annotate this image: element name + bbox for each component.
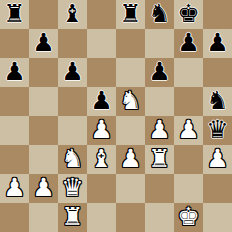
square-b1[interactable]: [29, 203, 58, 232]
square-a6[interactable]: ♟: [0, 58, 29, 87]
square-e1[interactable]: [116, 203, 145, 232]
square-h2[interactable]: [203, 174, 232, 203]
square-c7[interactable]: [58, 29, 87, 58]
piece-black-pawn[interactable]: ♟: [3, 58, 25, 86]
square-g2[interactable]: [174, 174, 203, 203]
square-e7[interactable]: [116, 29, 145, 58]
square-c3[interactable]: ♞: [58, 145, 87, 174]
square-b4[interactable]: [29, 116, 58, 145]
piece-black-knight[interactable]: ♞: [148, 0, 170, 28]
piece-black-pawn[interactable]: ♟: [32, 29, 54, 57]
square-f5[interactable]: [145, 87, 174, 116]
square-a5[interactable]: [0, 87, 29, 116]
square-e2[interactable]: [116, 174, 145, 203]
piece-white-knight[interactable]: ♞: [61, 145, 83, 173]
piece-black-pawn[interactable]: ♟: [177, 29, 199, 57]
piece-white-rook[interactable]: ♜: [61, 203, 83, 231]
square-e3[interactable]: ♟: [116, 145, 145, 174]
square-c4[interactable]: [58, 116, 87, 145]
square-b6[interactable]: [29, 58, 58, 87]
square-g6[interactable]: [174, 58, 203, 87]
square-a3[interactable]: [0, 145, 29, 174]
square-d1[interactable]: [87, 203, 116, 232]
piece-white-queen[interactable]: ♛: [61, 174, 83, 202]
square-c6[interactable]: ♟: [58, 58, 87, 87]
square-h4[interactable]: ♛: [203, 116, 232, 145]
square-a1[interactable]: [0, 203, 29, 232]
square-e8[interactable]: ♜: [116, 0, 145, 29]
square-f8[interactable]: ♞: [145, 0, 174, 29]
piece-white-king[interactable]: ♚: [177, 203, 199, 231]
piece-white-pawn[interactable]: ♟: [206, 145, 228, 173]
square-b7[interactable]: ♟: [29, 29, 58, 58]
piece-white-pawn[interactable]: ♟: [148, 116, 170, 144]
piece-black-king[interactable]: ♚: [177, 0, 199, 28]
square-c8[interactable]: ♝: [58, 0, 87, 29]
square-f6[interactable]: ♟: [145, 58, 174, 87]
piece-white-pawn[interactable]: ♟: [119, 145, 141, 173]
square-e6[interactable]: [116, 58, 145, 87]
chess-board: ♜♝♜♞♚♟♟♟♟♟♟♟♞♞♟♟♟♛♞♝♟♜♟♟♟♛♜♚: [0, 0, 232, 232]
square-h6[interactable]: [203, 58, 232, 87]
square-d5[interactable]: ♟: [87, 87, 116, 116]
square-h3[interactable]: ♟: [203, 145, 232, 174]
piece-black-pawn[interactable]: ♟: [61, 58, 83, 86]
piece-white-pawn[interactable]: ♟: [3, 174, 25, 202]
piece-white-knight[interactable]: ♞: [119, 87, 141, 115]
square-h8[interactable]: [203, 0, 232, 29]
square-c2[interactable]: ♛: [58, 174, 87, 203]
square-d7[interactable]: [87, 29, 116, 58]
square-d6[interactable]: [87, 58, 116, 87]
square-b8[interactable]: [29, 0, 58, 29]
square-g7[interactable]: ♟: [174, 29, 203, 58]
piece-black-bishop[interactable]: ♝: [61, 0, 83, 28]
square-a4[interactable]: [0, 116, 29, 145]
square-g1[interactable]: ♚: [174, 203, 203, 232]
piece-black-pawn[interactable]: ♟: [148, 58, 170, 86]
square-a2[interactable]: ♟: [0, 174, 29, 203]
square-f7[interactable]: [145, 29, 174, 58]
piece-black-rook[interactable]: ♜: [119, 0, 141, 28]
piece-black-pawn[interactable]: ♟: [90, 87, 112, 115]
square-e5[interactable]: ♞: [116, 87, 145, 116]
piece-black-pawn[interactable]: ♟: [206, 29, 228, 57]
square-d3[interactable]: ♝: [87, 145, 116, 174]
square-b5[interactable]: [29, 87, 58, 116]
square-e4[interactable]: [116, 116, 145, 145]
square-g4[interactable]: ♟: [174, 116, 203, 145]
square-g8[interactable]: ♚: [174, 0, 203, 29]
piece-black-rook[interactable]: ♜: [3, 0, 25, 28]
square-f4[interactable]: ♟: [145, 116, 174, 145]
square-a8[interactable]: ♜: [0, 0, 29, 29]
piece-white-pawn[interactable]: ♟: [32, 174, 54, 202]
square-d4[interactable]: ♟: [87, 116, 116, 145]
square-f1[interactable]: [145, 203, 174, 232]
square-c5[interactable]: [58, 87, 87, 116]
piece-white-bishop[interactable]: ♝: [90, 145, 112, 173]
square-g5[interactable]: [174, 87, 203, 116]
square-h1[interactable]: [203, 203, 232, 232]
piece-black-queen[interactable]: ♛: [206, 116, 228, 144]
piece-white-pawn[interactable]: ♟: [90, 116, 112, 144]
square-h7[interactable]: ♟: [203, 29, 232, 58]
square-c1[interactable]: ♜: [58, 203, 87, 232]
square-f2[interactable]: [145, 174, 174, 203]
piece-black-knight[interactable]: ♞: [206, 87, 228, 115]
square-h5[interactable]: ♞: [203, 87, 232, 116]
piece-white-rook[interactable]: ♜: [148, 145, 170, 173]
square-f3[interactable]: ♜: [145, 145, 174, 174]
square-b3[interactable]: [29, 145, 58, 174]
square-b2[interactable]: ♟: [29, 174, 58, 203]
square-d8[interactable]: [87, 0, 116, 29]
square-g3[interactable]: [174, 145, 203, 174]
square-a7[interactable]: [0, 29, 29, 58]
square-d2[interactable]: [87, 174, 116, 203]
piece-white-pawn[interactable]: ♟: [177, 116, 199, 144]
